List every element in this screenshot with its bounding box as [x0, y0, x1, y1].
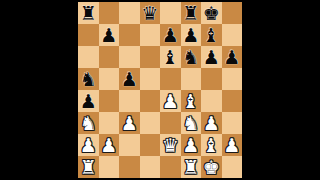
square-e1[interactable] [160, 156, 181, 178]
square-d6[interactable] [140, 46, 161, 68]
video-frame: ♜♛♜♚♟♟♟♝♝♞♟♟♞♟♟♟♝♞♟♞♟♟♟♛♟♝♟♜♜♚ [0, 0, 320, 180]
square-h4[interactable] [222, 90, 243, 112]
square-a7[interactable] [78, 24, 99, 46]
black-pawn-piece: ♟ [162, 25, 179, 44]
black-knight-piece: ♞ [80, 69, 97, 88]
square-a2[interactable]: ♟ [78, 134, 99, 156]
left-pillarbox [0, 0, 78, 180]
black-rook-piece: ♜ [182, 3, 199, 22]
square-e6[interactable]: ♝ [160, 46, 181, 68]
square-b3[interactable] [99, 112, 120, 134]
square-g3[interactable]: ♟ [201, 112, 222, 134]
square-c3[interactable]: ♟ [119, 112, 140, 134]
white-knight-piece: ♞ [80, 113, 97, 132]
square-d3[interactable] [140, 112, 161, 134]
square-a1[interactable]: ♜ [78, 156, 99, 178]
white-pawn-piece: ♟ [121, 113, 138, 132]
square-f8[interactable]: ♜ [181, 2, 202, 24]
square-g6[interactable]: ♟ [201, 46, 222, 68]
black-knight-piece: ♞ [182, 47, 199, 66]
square-g1[interactable]: ♚ [201, 156, 222, 178]
square-c4[interactable] [119, 90, 140, 112]
square-b5[interactable] [99, 68, 120, 90]
black-bishop-piece: ♝ [203, 25, 220, 44]
square-a3[interactable]: ♞ [78, 112, 99, 134]
square-d2[interactable] [140, 134, 161, 156]
square-c6[interactable] [119, 46, 140, 68]
square-a8[interactable]: ♜ [78, 2, 99, 24]
square-a6[interactable] [78, 46, 99, 68]
square-a4[interactable]: ♟ [78, 90, 99, 112]
square-e5[interactable] [160, 68, 181, 90]
chessboard: ♜♛♜♚♟♟♟♝♝♞♟♟♞♟♟♟♝♞♟♞♟♟♟♛♟♝♟♜♜♚ [78, 2, 242, 178]
square-c5[interactable]: ♟ [119, 68, 140, 90]
black-queen-piece: ♛ [141, 3, 158, 22]
square-g4[interactable] [201, 90, 222, 112]
white-rook-piece: ♜ [182, 157, 199, 176]
square-g7[interactable]: ♝ [201, 24, 222, 46]
square-e2[interactable]: ♛ [160, 134, 181, 156]
square-f5[interactable] [181, 68, 202, 90]
square-e4[interactable]: ♟ [160, 90, 181, 112]
square-b1[interactable] [99, 156, 120, 178]
square-c2[interactable] [119, 134, 140, 156]
square-a5[interactable]: ♞ [78, 68, 99, 90]
white-pawn-piece: ♟ [203, 113, 220, 132]
square-g2[interactable]: ♝ [201, 134, 222, 156]
square-h6[interactable]: ♟ [222, 46, 243, 68]
square-h3[interactable] [222, 112, 243, 134]
square-h2[interactable]: ♟ [222, 134, 243, 156]
square-h7[interactable] [222, 24, 243, 46]
square-f4[interactable]: ♝ [181, 90, 202, 112]
white-rook-piece: ♜ [80, 157, 97, 176]
white-king-piece: ♚ [203, 157, 220, 176]
square-d8[interactable]: ♛ [140, 2, 161, 24]
square-d7[interactable] [140, 24, 161, 46]
square-c7[interactable] [119, 24, 140, 46]
square-f6[interactable]: ♞ [181, 46, 202, 68]
square-b8[interactable] [99, 2, 120, 24]
black-king-piece: ♚ [203, 3, 220, 22]
square-f1[interactable]: ♜ [181, 156, 202, 178]
white-pawn-piece: ♟ [182, 135, 199, 154]
black-pawn-piece: ♟ [182, 25, 199, 44]
white-queen-piece: ♛ [162, 135, 179, 154]
white-pawn-piece: ♟ [100, 135, 117, 154]
square-h1[interactable] [222, 156, 243, 178]
black-pawn-piece: ♟ [100, 25, 117, 44]
square-h5[interactable] [222, 68, 243, 90]
square-d5[interactable] [140, 68, 161, 90]
square-c1[interactable] [119, 156, 140, 178]
white-bishop-piece: ♝ [203, 135, 220, 154]
square-d1[interactable] [140, 156, 161, 178]
square-b2[interactable]: ♟ [99, 134, 120, 156]
square-e7[interactable]: ♟ [160, 24, 181, 46]
white-knight-piece: ♞ [182, 113, 199, 132]
square-c8[interactable] [119, 2, 140, 24]
square-f3[interactable]: ♞ [181, 112, 202, 134]
black-pawn-piece: ♟ [121, 69, 138, 88]
white-bishop-piece: ♝ [182, 91, 199, 110]
black-rook-piece: ♜ [80, 3, 97, 22]
white-pawn-piece: ♟ [223, 135, 240, 154]
square-g5[interactable] [201, 68, 222, 90]
black-pawn-piece: ♟ [203, 47, 220, 66]
square-d4[interactable] [140, 90, 161, 112]
square-b7[interactable]: ♟ [99, 24, 120, 46]
square-e8[interactable] [160, 2, 181, 24]
square-b6[interactable] [99, 46, 120, 68]
black-pawn-piece: ♟ [223, 47, 240, 66]
black-bishop-piece: ♝ [162, 47, 179, 66]
black-pawn-piece: ♟ [80, 91, 97, 110]
right-pillarbox [242, 0, 320, 180]
square-g8[interactable]: ♚ [201, 2, 222, 24]
white-pawn-piece: ♟ [162, 91, 179, 110]
square-h8[interactable] [222, 2, 243, 24]
square-b4[interactable] [99, 90, 120, 112]
square-f7[interactable]: ♟ [181, 24, 202, 46]
square-e3[interactable] [160, 112, 181, 134]
square-f2[interactable]: ♟ [181, 134, 202, 156]
white-pawn-piece: ♟ [80, 135, 97, 154]
